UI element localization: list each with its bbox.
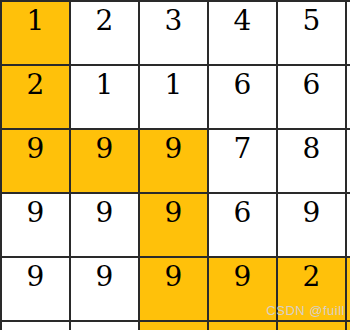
cell-r3c2: 9 bbox=[71, 130, 138, 192]
cell-value: 6 bbox=[234, 71, 252, 99]
cropped-cell-bottom bbox=[209, 322, 276, 330]
cell-r5c5: 2 bbox=[278, 258, 345, 320]
cropped-cell-bottom bbox=[278, 322, 345, 330]
cell-r2c2: 1 bbox=[71, 66, 138, 128]
cell-value: 9 bbox=[303, 199, 321, 227]
cell-value: 1 bbox=[96, 71, 114, 99]
cell-r1c4: 4 bbox=[209, 2, 276, 64]
cell-value: 2 bbox=[96, 7, 114, 35]
cell-r5c1: 9 bbox=[2, 258, 69, 320]
cell-value: 6 bbox=[234, 199, 252, 227]
cell-value: 9 bbox=[96, 135, 114, 163]
cell-value: 9 bbox=[27, 199, 45, 227]
cell-value: 2 bbox=[303, 263, 321, 291]
cell-value: 7 bbox=[234, 135, 252, 163]
cell-value: 9 bbox=[165, 199, 183, 227]
cropped-cell-bottom bbox=[71, 322, 138, 330]
puzzle-board: 1234521166999789996999992 CSDN @fuill bbox=[0, 0, 350, 330]
cell-r2c5: 6 bbox=[278, 66, 345, 128]
cell-r4c1: 9 bbox=[2, 194, 69, 256]
cell-value: 9 bbox=[234, 263, 252, 291]
number-grid: 1234521166999789996999992 bbox=[0, 0, 350, 330]
cell-value: 8 bbox=[303, 135, 321, 163]
cell-value: 1 bbox=[27, 7, 45, 35]
cell-value: 3 bbox=[165, 7, 183, 35]
cell-value: 4 bbox=[234, 7, 252, 35]
cell-value: 9 bbox=[27, 263, 45, 291]
cropped-cell-bottom bbox=[140, 322, 207, 330]
cell-r4c3: 9 bbox=[140, 194, 207, 256]
cell-r1c5: 5 bbox=[278, 2, 345, 64]
cell-r1c1: 1 bbox=[2, 2, 69, 64]
cell-r4c2: 9 bbox=[71, 194, 138, 256]
cell-value: 5 bbox=[303, 7, 321, 35]
cell-r4c4: 6 bbox=[209, 194, 276, 256]
cell-r5c2: 9 bbox=[71, 258, 138, 320]
cell-value: 9 bbox=[165, 135, 183, 163]
cell-r1c3: 3 bbox=[140, 2, 207, 64]
cell-value: 1 bbox=[165, 71, 183, 99]
cell-r3c4: 7 bbox=[209, 130, 276, 192]
cell-value: 2 bbox=[27, 71, 45, 99]
cell-r1c2: 2 bbox=[71, 2, 138, 64]
cell-r3c1: 9 bbox=[2, 130, 69, 192]
cropped-cell-bottom bbox=[2, 322, 69, 330]
cell-value: 9 bbox=[96, 263, 114, 291]
cell-r2c3: 1 bbox=[140, 66, 207, 128]
cell-r5c4: 9 bbox=[209, 258, 276, 320]
cell-value: 9 bbox=[96, 199, 114, 227]
cell-value: 9 bbox=[165, 263, 183, 291]
cell-r4c5: 9 bbox=[278, 194, 345, 256]
cell-r2c4: 6 bbox=[209, 66, 276, 128]
cell-r2c1: 2 bbox=[2, 66, 69, 128]
cell-value: 9 bbox=[27, 135, 45, 163]
cell-r3c5: 8 bbox=[278, 130, 345, 192]
cell-r5c3: 9 bbox=[140, 258, 207, 320]
cell-r3c3: 9 bbox=[140, 130, 207, 192]
cell-value: 6 bbox=[303, 71, 321, 99]
